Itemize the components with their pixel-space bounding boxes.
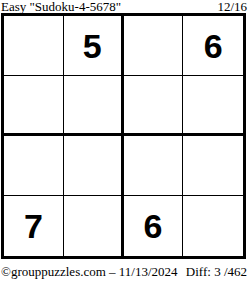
cell-r2c2[interactable] [64, 76, 124, 136]
cell-r3c2[interactable] [64, 136, 124, 196]
cell-r3c1[interactable] [4, 136, 64, 196]
cell-r3c4[interactable] [183, 136, 243, 196]
difficulty-text: Diff: 3 /462 [186, 265, 247, 279]
cell-r3c3[interactable] [124, 136, 184, 196]
cell-r4c4[interactable] [183, 196, 243, 256]
puzzle-page: Easy "Sudoku-4-5678" 12/16 5 6 7 6 ©grou… [0, 0, 248, 282]
cell-r1c2: 5 [64, 16, 124, 76]
cell-r4c1: 7 [4, 196, 64, 256]
cell-r1c1[interactable] [4, 16, 64, 76]
cell-r4c3: 6 [124, 196, 184, 256]
cell-r2c3[interactable] [124, 76, 184, 136]
cell-r2c4[interactable] [183, 76, 243, 136]
cell-r4c2[interactable] [64, 196, 124, 256]
cell-r2c1[interactable] [4, 76, 64, 136]
page-number: 12/16 [217, 0, 247, 13]
footer: ©grouppuzzles.com – 11/13/2024 Diff: 3 /… [1, 265, 247, 279]
sudoku-board: 5 6 7 6 [1, 13, 246, 259]
puzzle-title: Easy "Sudoku-4-5678" [1, 0, 121, 13]
cell-r1c3[interactable] [124, 16, 184, 76]
header: Easy "Sudoku-4-5678" 12/16 [1, 0, 247, 13]
copyright-text: ©grouppuzzles.com – 11/13/2024 [1, 265, 178, 279]
cell-r1c4: 6 [183, 16, 243, 76]
